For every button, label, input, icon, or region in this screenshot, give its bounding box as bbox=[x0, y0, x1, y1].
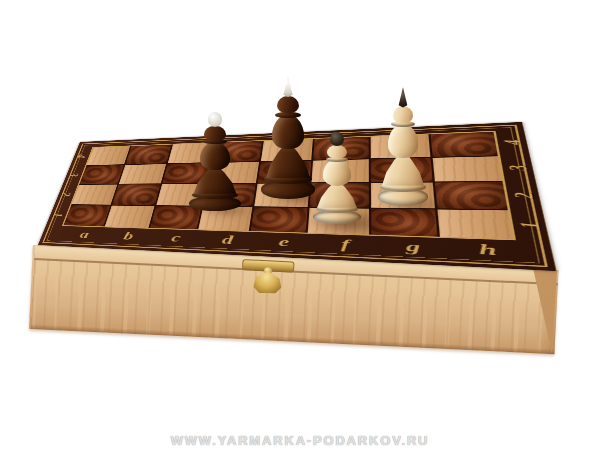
rank-label-left-4: 4 bbox=[64, 151, 98, 161]
white-queen-finial-ball bbox=[330, 132, 344, 146]
rank-label-right-2: 2 bbox=[490, 189, 558, 203]
white-queen-skirt bbox=[317, 183, 357, 208]
black-queen-bulb bbox=[200, 142, 230, 171]
watermark-text: WWW.YARMARKA-PODARKOV.RU bbox=[0, 433, 600, 448]
file-label-d: d bbox=[200, 232, 257, 248]
black-king-piece bbox=[259, 75, 317, 199]
file-label-f: f bbox=[313, 236, 379, 254]
rank-label-left-2: 2 bbox=[48, 190, 84, 200]
black-queen-finial-ball bbox=[208, 112, 223, 127]
file-label-a: a bbox=[61, 227, 108, 241]
white-queen-head bbox=[327, 145, 347, 158]
file-label-c: c bbox=[150, 230, 203, 245]
file-label-g: g bbox=[378, 238, 451, 257]
chess-box-photo: abcdefgh11223344 WWW.YARMARKA-PODARKOV.R… bbox=[0, 0, 600, 450]
white-king-finial-spike bbox=[397, 87, 409, 107]
white-queen-piece bbox=[311, 129, 363, 224]
black-king-finial-spike bbox=[282, 76, 295, 97]
clasp-shell bbox=[253, 271, 282, 294]
white-king-skirt bbox=[382, 154, 424, 185]
rank-label-left-1: 1 bbox=[40, 210, 77, 221]
white-king-bulb bbox=[388, 124, 418, 158]
square-b4 bbox=[126, 145, 171, 164]
white-queen-bulb bbox=[323, 159, 351, 186]
rank-label-right-4: 4 bbox=[482, 135, 544, 149]
box-bottom-edge bbox=[31, 324, 555, 354]
white-king-head bbox=[393, 106, 414, 123]
black-queen-head bbox=[204, 126, 225, 140]
black-king-bulb bbox=[272, 115, 303, 150]
white-king-piece bbox=[376, 86, 431, 206]
square-b1 bbox=[105, 205, 154, 227]
square-b2 bbox=[112, 184, 160, 205]
file-label-e: e bbox=[254, 234, 315, 251]
black-queen-piece bbox=[187, 109, 243, 211]
square-e1 bbox=[251, 207, 308, 233]
rank-label-right-1: 1 bbox=[495, 217, 566, 233]
file-label-h: h bbox=[448, 240, 530, 260]
rank-label-right-3: 3 bbox=[486, 161, 551, 175]
black-queen-skirt bbox=[194, 167, 237, 194]
black-king-head bbox=[277, 96, 299, 113]
brass-clasp-icon bbox=[237, 257, 299, 300]
rank-label-left-3: 3 bbox=[57, 170, 92, 180]
square-b3 bbox=[119, 164, 166, 184]
black-king-skirt bbox=[266, 146, 310, 178]
file-label-b: b bbox=[104, 229, 154, 244]
